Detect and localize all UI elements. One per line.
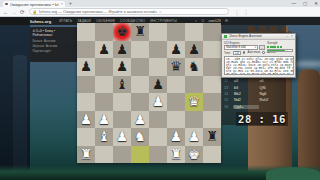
move-number: 16	[224, 105, 233, 109]
game-info-white-player: Белые: Аноним	[33, 39, 75, 43]
address-url: lichess.org — Ожидание противника — Игра…	[39, 10, 157, 14]
move-number: 15	[224, 98, 233, 102]
move-black[interactable]: Rxh2	[259, 98, 285, 102]
extensions-icon[interactable]: ⋮	[235, 9, 240, 15]
square-a2[interactable]	[77, 128, 95, 146]
browser-toolbar: ← → ⟳ 🔒 lichess.org — Ожидание противник…	[0, 7, 320, 17]
reload-button[interactable]: ⟳	[20, 9, 25, 15]
black-king[interactable]: ♚	[116, 23, 128, 40]
engine-popup-window: Chess Engine Assistant – × UCI Engines S…	[221, 33, 296, 78]
move-list: 12a3a613b3Qf614Bb2Ng615Nd2Rxh216Qg4+	[222, 78, 286, 110]
square-g7[interactable]: ♟	[185, 41, 203, 59]
game-info-status: Партия идёт	[33, 49, 75, 53]
black-pawn[interactable]: ♟	[80, 58, 92, 75]
window-minimize-button[interactable]: —	[291, 1, 296, 6]
time-label: Time:	[224, 51, 231, 55]
radio-advisor[interactable]	[262, 51, 265, 54]
white-pawn[interactable]: ♟	[152, 93, 164, 110]
square-a5[interactable]	[77, 76, 95, 94]
square-f6[interactable]: ♛	[167, 58, 185, 76]
square-d4[interactable]	[131, 93, 149, 111]
square-e8[interactable]	[149, 23, 167, 41]
square-f2[interactable]: ♟	[167, 128, 185, 146]
square-h3[interactable]	[203, 111, 221, 129]
move-white[interactable]: a3	[233, 79, 259, 83]
square-a7[interactable]	[77, 41, 95, 59]
tab-title: Ожидание противника • lichess.	[10, 2, 59, 7]
strength-bar[interactable]	[267, 49, 293, 52]
browser-tabstrip: Ожидание противника • lichess. × + — ▢ ✕	[0, 0, 320, 7]
square-e5[interactable]: ♟	[149, 76, 167, 94]
square-b6[interactable]	[95, 58, 113, 76]
white-rook[interactable]: ♜	[170, 146, 182, 163]
square-f7[interactable]: ♟	[167, 41, 185, 59]
chevron-down-icon: ▾	[255, 46, 256, 49]
square-h1[interactable]	[203, 146, 221, 164]
move-number: 12	[224, 79, 233, 83]
move-white[interactable]: Bb2	[233, 92, 259, 96]
favicon	[5, 3, 8, 6]
lock-icon: 🔒	[33, 10, 37, 14]
white-knight[interactable]: ♞	[134, 128, 146, 145]
white-pawn[interactable]: ♟	[170, 128, 182, 145]
move-black[interactable]: Ng6	[259, 92, 285, 96]
white-bishop[interactable]: ♝	[98, 128, 110, 145]
square-d7[interactable]	[131, 41, 149, 59]
chess-board: ♚♜♟♟♟♟♟♟♛♞♝♟♟♛♟♟♟♝♟♞♟♟♜♜♜♚	[77, 23, 221, 163]
square-a1[interactable]: ♜	[77, 146, 95, 164]
engine-analysis-output[interactable]: 16...Kb8 17.Kxh2 Qf4+ 18.Kg1 Qxd2 19.Qxg…	[224, 56, 294, 75]
desktop-screen: Ожидание противника • lichess. × + — ▢ ✕…	[0, 0, 320, 180]
move-black[interactable]: a6	[259, 79, 285, 83]
square-h4[interactable]	[203, 93, 221, 111]
square-h7[interactable]	[203, 41, 221, 59]
square-c2[interactable]: ♟	[113, 128, 131, 146]
square-g3[interactable]	[185, 111, 203, 129]
square-e2[interactable]	[149, 128, 167, 146]
square-c7[interactable]: ♟	[113, 41, 131, 59]
square-d3[interactable]: ♟	[131, 111, 149, 129]
lichess-page: lichess.org ИгратьЗадачиОбучениеСообщест…	[0, 17, 320, 180]
move-row: 16Qg4+	[222, 104, 286, 110]
square-g5[interactable]	[185, 76, 203, 94]
radio-auto-move-label: Auto move	[247, 51, 260, 54]
move-white[interactable]: Nd2	[233, 98, 259, 102]
browse-button[interactable]: ...	[259, 45, 265, 50]
move-white[interactable]: Qg4+	[233, 105, 259, 109]
white-pawn[interactable]: ♟	[80, 111, 92, 128]
square-c6[interactable]: ♟	[113, 58, 131, 76]
radio-auto-move[interactable]	[243, 51, 246, 54]
square-f3[interactable]	[167, 111, 185, 129]
square-g4[interactable]: ♛	[185, 93, 203, 111]
square-d8[interactable]: ♜	[131, 23, 149, 41]
white-queen[interactable]: ♛	[188, 93, 200, 110]
square-b3[interactable]: ♟	[95, 111, 113, 129]
square-g2[interactable]: ♟	[185, 128, 203, 146]
square-d1[interactable]	[131, 146, 149, 164]
square-c1[interactable]	[113, 146, 131, 164]
square-g8[interactable]	[185, 23, 203, 41]
square-f4[interactable]	[167, 93, 185, 111]
black-pawn[interactable]: ♟	[116, 41, 128, 58]
square-d5[interactable]	[131, 76, 149, 94]
square-b4[interactable]	[95, 93, 113, 111]
black-rook[interactable]: ♜	[206, 128, 218, 145]
white-king[interactable]: ♚	[188, 146, 200, 163]
square-a6[interactable]: ♟	[77, 58, 95, 76]
white-rook[interactable]: ♜	[80, 146, 92, 163]
address-bar[interactable]: 🔒 lichess.org — Ожидание противника — Иг…	[29, 8, 229, 15]
square-f8[interactable]	[167, 23, 185, 41]
square-h2[interactable]: ♜	[203, 128, 221, 146]
square-d6[interactable]	[131, 58, 149, 76]
square-a4[interactable]	[77, 93, 95, 111]
square-g1[interactable]: ♚	[185, 146, 203, 164]
white-pawn[interactable]: ♟	[134, 111, 146, 128]
black-bishop[interactable]: ♝	[116, 76, 128, 93]
strength-label: Strength	[267, 41, 293, 45]
black-pawn[interactable]: ♟	[188, 41, 200, 58]
square-b1[interactable]	[95, 146, 113, 164]
square-b8[interactable]	[95, 23, 113, 41]
square-c5[interactable]: ♝	[113, 76, 131, 94]
tab-close-icon[interactable]: ×	[61, 2, 63, 6]
square-a3[interactable]: ♟	[77, 111, 95, 129]
engine-select-value: Stockfish 8 x64	[226, 45, 246, 49]
square-c4[interactable]	[113, 93, 131, 111]
square-b2[interactable]: ♝	[95, 128, 113, 146]
window-maximize-button[interactable]: ▢	[303, 1, 307, 6]
nav-item-играть[interactable]: Играть	[59, 19, 72, 23]
square-f1[interactable]: ♜	[167, 146, 185, 164]
new-tab-button[interactable]: +	[69, 1, 72, 6]
game-info-box: ⏱ 5+0 • Блиц • Рейтинговая Белые: Аноним…	[30, 27, 77, 62]
move-number: 14	[224, 92, 233, 96]
strength-legend	[267, 46, 293, 48]
bookmark-star-icon[interactable]: ☆	[159, 10, 162, 14]
wallpaper-green-mound	[266, 167, 320, 180]
black-pawn[interactable]: ♟	[98, 41, 110, 58]
browser-menu-icon[interactable]: ⋮	[244, 9, 249, 15]
white-pawn[interactable]: ♟	[98, 111, 110, 128]
hamburger-menu-icon[interactable]: ☰	[225, 19, 228, 23]
square-h6[interactable]	[203, 58, 221, 76]
move-number: 13	[224, 86, 233, 90]
square-b5[interactable]	[95, 76, 113, 94]
popup-app-icon	[224, 35, 227, 38]
white-pawn[interactable]: ♟	[116, 128, 128, 145]
white-pawn[interactable]: ♟	[188, 128, 200, 145]
move-white[interactable]: b3	[233, 86, 259, 90]
game-info-time-control: ⏱ 5+0 • Блиц • Рейтинговая	[33, 29, 75, 37]
lichess-logo[interactable]: lichess.org	[30, 19, 51, 24]
square-h5[interactable]	[203, 76, 221, 94]
square-a8[interactable]	[77, 23, 95, 41]
player-clock: 28 : 16	[236, 112, 288, 126]
black-pawn[interactable]: ♟	[116, 58, 128, 75]
back-button[interactable]: ←	[3, 9, 9, 15]
square-e6[interactable]	[149, 58, 167, 76]
analysis-line: 36.Bf8+ Kc6 37.Rxa5 Kb6 38.Rf5 Kc6 39.a4…	[226, 73, 292, 75]
square-c3[interactable]	[113, 111, 131, 129]
engine-select-dropdown[interactable]: Stockfish 8 x64 ▾	[224, 45, 258, 50]
window-close-button[interactable]: ✕	[314, 1, 318, 6]
square-e1[interactable]	[149, 146, 167, 164]
move-black[interactable]: Qf6	[259, 86, 285, 90]
popup-title: Chess Engine Assistant	[229, 34, 284, 38]
square-e3[interactable]	[149, 111, 167, 129]
forward-button[interactable]: →	[12, 9, 18, 15]
square-e4[interactable]: ♟	[149, 93, 167, 111]
square-c8[interactable]: ♚	[113, 23, 131, 41]
black-knight[interactable]: ♞	[188, 58, 200, 75]
popup-close-button[interactable]: ×	[291, 35, 293, 38]
black-pawn[interactable]: ♟	[152, 76, 164, 93]
square-g6[interactable]: ♞	[185, 58, 203, 76]
black-pawn[interactable]: ♟	[170, 41, 182, 58]
wallpaper-cloud	[292, 61, 320, 67]
wallpaper-tower-silhouette	[13, 55, 27, 180]
popup-minimize-button[interactable]: –	[286, 35, 288, 38]
game-info-black-player: Чёрные: Аноним	[33, 44, 75, 48]
wallpaper-rock-pawn	[298, 69, 320, 180]
square-d2[interactable]: ♞	[131, 128, 149, 146]
black-rook[interactable]: ♜	[134, 23, 146, 40]
square-h8[interactable]	[203, 23, 221, 41]
time-field[interactable]: 1.0	[233, 51, 241, 55]
square-e7[interactable]	[149, 41, 167, 59]
square-b7[interactable]: ♟	[95, 41, 113, 59]
square-f5[interactable]	[167, 76, 185, 94]
black-queen[interactable]: ♛	[170, 58, 182, 75]
